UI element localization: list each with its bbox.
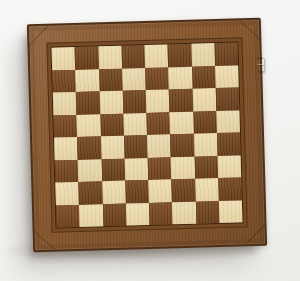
square-c2[interactable]	[102, 181, 126, 204]
square-h3[interactable]	[217, 155, 241, 178]
square-d5[interactable]	[123, 113, 147, 136]
square-g8[interactable]	[191, 43, 215, 66]
square-e5[interactable]	[146, 112, 170, 135]
square-a2[interactable]	[55, 182, 79, 205]
square-b6[interactable]	[76, 91, 100, 114]
square-d3[interactable]	[124, 157, 148, 180]
square-e3[interactable]	[148, 157, 172, 180]
board-inner-margin	[46, 37, 247, 232]
playing-area	[50, 41, 243, 228]
square-f6[interactable]	[169, 89, 193, 112]
square-b4[interactable]	[77, 136, 101, 159]
square-h4[interactable]	[217, 132, 241, 155]
square-c6[interactable]	[99, 91, 123, 114]
square-e2[interactable]	[148, 179, 172, 202]
chessboard	[27, 18, 267, 252]
square-f4[interactable]	[170, 134, 194, 157]
square-b7[interactable]	[75, 69, 99, 92]
square-e1[interactable]	[149, 202, 173, 225]
hinge-icon	[257, 58, 264, 72]
square-f3[interactable]	[171, 156, 195, 179]
frame-miter-bottom-left	[34, 230, 56, 252]
square-f5[interactable]	[170, 111, 194, 134]
square-a7[interactable]	[52, 69, 76, 92]
square-g6[interactable]	[192, 88, 216, 111]
square-g1[interactable]	[195, 201, 219, 224]
square-a6[interactable]	[53, 92, 77, 115]
square-h6[interactable]	[215, 87, 239, 110]
square-e6[interactable]	[146, 89, 170, 112]
square-f1[interactable]	[172, 201, 196, 224]
square-d8[interactable]	[121, 45, 145, 68]
square-d2[interactable]	[125, 180, 149, 203]
square-c1[interactable]	[102, 203, 126, 226]
square-g7[interactable]	[192, 66, 216, 89]
square-c8[interactable]	[98, 46, 122, 69]
square-g5[interactable]	[193, 111, 217, 134]
square-b5[interactable]	[77, 114, 101, 137]
square-h2[interactable]	[218, 177, 242, 200]
square-a5[interactable]	[53, 114, 77, 137]
square-c7[interactable]	[99, 68, 123, 91]
square-c5[interactable]	[100, 113, 124, 136]
square-f2[interactable]	[171, 179, 195, 202]
square-g2[interactable]	[195, 178, 219, 201]
frame-miter-bottom-right	[245, 224, 267, 246]
square-e8[interactable]	[144, 44, 168, 67]
square-g3[interactable]	[194, 156, 218, 179]
square-b1[interactable]	[79, 204, 103, 227]
square-c4[interactable]	[101, 136, 125, 159]
square-b2[interactable]	[79, 181, 103, 204]
square-b3[interactable]	[78, 159, 102, 182]
square-b8[interactable]	[75, 46, 99, 69]
square-c3[interactable]	[101, 158, 125, 181]
square-h5[interactable]	[216, 110, 240, 133]
square-a4[interactable]	[54, 137, 78, 160]
square-a3[interactable]	[55, 159, 79, 182]
square-h8[interactable]	[214, 42, 238, 65]
square-d6[interactable]	[123, 90, 147, 113]
square-d4[interactable]	[124, 135, 148, 158]
product-photo-scene	[0, 0, 300, 281]
square-d7[interactable]	[122, 68, 146, 91]
square-f7[interactable]	[168, 66, 192, 89]
square-e4[interactable]	[147, 134, 171, 157]
square-h1[interactable]	[219, 200, 243, 223]
square-g4[interactable]	[193, 133, 217, 156]
square-h7[interactable]	[215, 65, 239, 88]
square-e7[interactable]	[145, 67, 169, 90]
square-d1[interactable]	[126, 202, 150, 225]
square-a8[interactable]	[52, 47, 76, 70]
square-a1[interactable]	[56, 204, 80, 227]
square-f8[interactable]	[168, 44, 192, 67]
